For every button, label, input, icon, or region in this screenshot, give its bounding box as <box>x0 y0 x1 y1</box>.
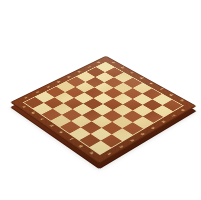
board-frame: abcdefgh abcdefgh 87654321 87654321 <box>10 56 197 164</box>
photo-canvas: abcdefgh abcdefgh 87654321 87654321 <box>0 0 201 200</box>
board-field <box>23 62 184 155</box>
